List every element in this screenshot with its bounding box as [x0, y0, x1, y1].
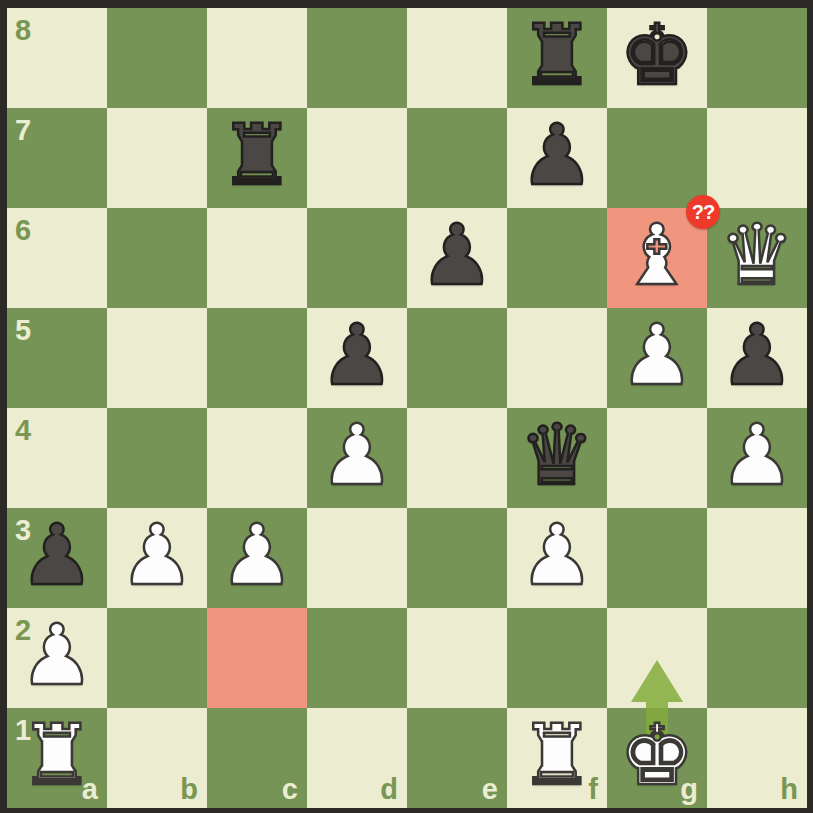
square-h5[interactable]: ♟ — [707, 308, 807, 408]
square-h3[interactable] — [707, 508, 807, 608]
square-e5[interactable] — [407, 308, 507, 408]
square-f2[interactable] — [507, 608, 607, 708]
square-h1[interactable]: h — [707, 708, 807, 808]
square-g7[interactable] — [607, 108, 707, 208]
square-e2[interactable] — [407, 608, 507, 708]
file-label-c: c — [282, 775, 298, 804]
white-bishop[interactable]: ♝ — [619, 205, 694, 305]
square-b6[interactable] — [107, 208, 207, 308]
square-f4[interactable]: ♛ — [507, 408, 607, 508]
square-g4[interactable] — [607, 408, 707, 508]
square-b3[interactable]: ♟ — [107, 508, 207, 608]
white-king[interactable]: ♚ — [619, 705, 694, 805]
rank-label-4: 4 — [15, 416, 31, 445]
square-c3[interactable]: ♟ — [207, 508, 307, 608]
square-h2[interactable] — [707, 608, 807, 708]
file-label-b: b — [180, 775, 198, 804]
square-c6[interactable] — [207, 208, 307, 308]
square-d1[interactable]: d — [307, 708, 407, 808]
square-b7[interactable] — [107, 108, 207, 208]
square-a3[interactable]: ♟3 — [7, 508, 107, 608]
square-h6[interactable]: ♛ — [707, 208, 807, 308]
black-rook[interactable]: ♜ — [519, 5, 594, 105]
blunder-badge: ?? — [686, 195, 720, 229]
rank-label-7: 7 — [15, 116, 31, 145]
white-queen[interactable]: ♛ — [719, 205, 794, 305]
white-pawn[interactable]: ♟ — [219, 505, 294, 605]
square-d4[interactable]: ♟ — [307, 408, 407, 508]
white-pawn[interactable]: ♟ — [119, 505, 194, 605]
square-c1[interactable]: c — [207, 708, 307, 808]
square-f7[interactable]: ♟ — [507, 108, 607, 208]
square-e6[interactable]: ♟ — [407, 208, 507, 308]
square-f5[interactable] — [507, 308, 607, 408]
black-pawn[interactable]: ♟ — [519, 105, 594, 205]
square-a8[interactable]: 8 — [7, 8, 107, 108]
white-pawn[interactable]: ♟ — [519, 505, 594, 605]
square-b5[interactable] — [107, 308, 207, 408]
square-b1[interactable]: b — [107, 708, 207, 808]
white-pawn[interactable]: ♟ — [319, 405, 394, 505]
square-a6[interactable]: 6 — [7, 208, 107, 308]
chess-board-frame: 8♜♚7♜♟6♟♝♛5♟♟♟4♟♛♟♟3♟♟♟♟2♜1abcde♜f♚gh ?? — [0, 0, 813, 813]
black-rook[interactable]: ♜ — [219, 105, 294, 205]
black-queen[interactable]: ♛ — [519, 405, 594, 505]
black-king[interactable]: ♚ — [619, 5, 694, 105]
square-d6[interactable] — [307, 208, 407, 308]
square-e8[interactable] — [407, 8, 507, 108]
square-b4[interactable] — [107, 408, 207, 508]
square-c5[interactable] — [207, 308, 307, 408]
square-c4[interactable] — [207, 408, 307, 508]
square-f1[interactable]: ♜f — [507, 708, 607, 808]
square-d3[interactable] — [307, 508, 407, 608]
white-pawn[interactable]: ♟ — [719, 405, 794, 505]
square-e3[interactable] — [407, 508, 507, 608]
square-h8[interactable] — [707, 8, 807, 108]
square-d7[interactable] — [307, 108, 407, 208]
board: 8♜♚7♜♟6♟♝♛5♟♟♟4♟♛♟♟3♟♟♟♟2♜1abcde♜f♚gh — [7, 8, 807, 808]
square-d2[interactable] — [307, 608, 407, 708]
rank-label-8: 8 — [15, 16, 31, 45]
square-h4[interactable]: ♟ — [707, 408, 807, 508]
white-rook[interactable]: ♜ — [19, 705, 94, 805]
square-h7[interactable] — [707, 108, 807, 208]
white-pawn[interactable]: ♟ — [19, 605, 94, 705]
square-a7[interactable]: 7 — [7, 108, 107, 208]
square-e7[interactable] — [407, 108, 507, 208]
square-f3[interactable]: ♟ — [507, 508, 607, 608]
white-rook[interactable]: ♜ — [519, 705, 594, 805]
square-c7[interactable]: ♜ — [207, 108, 307, 208]
black-pawn[interactable]: ♟ — [19, 505, 94, 605]
square-a2[interactable]: ♟2 — [7, 608, 107, 708]
square-g3[interactable] — [607, 508, 707, 608]
rank-label-5: 5 — [15, 316, 31, 345]
square-f6[interactable] — [507, 208, 607, 308]
square-e1[interactable]: e — [407, 708, 507, 808]
file-label-h: h — [780, 775, 798, 804]
square-a5[interactable]: 5 — [7, 308, 107, 408]
square-f8[interactable]: ♜ — [507, 8, 607, 108]
square-g1[interactable]: ♚g — [607, 708, 707, 808]
square-g5[interactable]: ♟ — [607, 308, 707, 408]
black-pawn[interactable]: ♟ — [419, 205, 494, 305]
square-g2[interactable] — [607, 608, 707, 708]
square-a1[interactable]: ♜1a — [7, 708, 107, 808]
square-e4[interactable] — [407, 408, 507, 508]
square-b8[interactable] — [107, 8, 207, 108]
square-d5[interactable]: ♟ — [307, 308, 407, 408]
square-a4[interactable]: 4 — [7, 408, 107, 508]
square-b2[interactable] — [107, 608, 207, 708]
square-c8[interactable] — [207, 8, 307, 108]
rank-label-6: 6 — [15, 216, 31, 245]
file-label-d: d — [380, 775, 398, 804]
square-g8[interactable]: ♚ — [607, 8, 707, 108]
square-c2[interactable] — [207, 608, 307, 708]
black-pawn[interactable]: ♟ — [319, 305, 394, 405]
black-pawn[interactable]: ♟ — [719, 305, 794, 405]
white-pawn[interactable]: ♟ — [619, 305, 694, 405]
file-label-e: e — [482, 775, 498, 804]
square-d8[interactable] — [307, 8, 407, 108]
